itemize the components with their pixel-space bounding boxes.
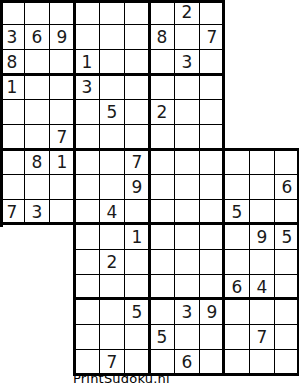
sudoku-cell-r8c3[interactable]: [50, 175, 75, 200]
sudoku-cell-r14c8[interactable]: [175, 325, 200, 350]
sudoku-cell-r2c2: 6: [25, 25, 50, 50]
box-border-line: [73, 0, 76, 376]
sudoku-cell-r14c11: 7: [250, 325, 275, 350]
sudoku-cell-r6c3: 7: [50, 125, 75, 150]
sudoku-cell-r3c1: 8: [0, 50, 25, 75]
sudoku-cell-r2c1: 3: [0, 25, 25, 50]
sudoku-cell-r13c4[interactable]: [75, 300, 100, 325]
sudoku-cell-r14c10[interactable]: [225, 325, 250, 350]
sudoku-cell-r3c2[interactable]: [25, 50, 50, 75]
sudoku-cell-r4c3[interactable]: [50, 75, 75, 100]
sudoku-cell-r7c4[interactable]: [75, 150, 100, 175]
sudoku-cell-r10c8[interactable]: [175, 225, 200, 250]
sudoku-cell-r10c12: 5: [275, 225, 299, 250]
sudoku-cell-r7c10[interactable]: [225, 150, 250, 175]
box-border-line: [0, 73, 225, 76]
sudoku-cell-r1c7[interactable]: [150, 0, 175, 25]
sudoku-cell-r8c2[interactable]: [25, 175, 50, 200]
sudoku-cell-r6c4[interactable]: [75, 125, 100, 150]
sudoku-cell-r8c12: 6: [275, 175, 299, 200]
sudoku-cell-r5c3[interactable]: [50, 100, 75, 125]
sudoku-cell-r7c1[interactable]: [0, 150, 25, 175]
sudoku-cell-r11c6[interactable]: [125, 250, 150, 275]
sudoku-cell-r14c6[interactable]: [125, 325, 150, 350]
sudoku-cell-r8c1[interactable]: [0, 175, 25, 200]
sudoku-cell-r11c7[interactable]: [150, 250, 175, 275]
sudoku-cell-r5c2[interactable]: [25, 100, 50, 125]
box-border-line: [0, 148, 299, 151]
sudoku-cell-r5c8[interactable]: [175, 100, 200, 125]
sudoku-cell-r6c8[interactable]: [175, 125, 200, 150]
sudoku-cell-r5c1[interactable]: [0, 100, 25, 125]
sudoku-cell-r15c12[interactable]: [275, 350, 299, 375]
sudoku-cell-r2c4[interactable]: [75, 25, 100, 50]
sudoku-cell-r4c4: 3: [75, 75, 100, 100]
box-border-line: [0, 0, 3, 227]
sudoku-cell-r11c4[interactable]: [75, 250, 100, 275]
sudoku-cell-r10c10[interactable]: [225, 225, 250, 250]
sudoku-cell-r11c12[interactable]: [275, 250, 299, 275]
sudoku-cell-r4c5[interactable]: [100, 75, 125, 100]
sudoku-cell-r6c2[interactable]: [25, 125, 50, 150]
sudoku-cell-r8c4[interactable]: [75, 175, 100, 200]
sudoku-cell-r1c5[interactable]: [100, 0, 125, 25]
sudoku-cell-r1c8: 2: [175, 0, 200, 25]
box-border-line: [222, 0, 225, 376]
sudoku-cell-r14c4[interactable]: [75, 325, 100, 350]
sudoku-cell-r3c3[interactable]: [50, 50, 75, 75]
sudoku-cell-r13c6: 5: [125, 300, 150, 325]
sudoku-cell-r3c4: 1: [75, 50, 100, 75]
sudoku-cell-r2c7: 8: [150, 25, 175, 50]
sudoku-cell-r8c8[interactable]: [175, 175, 200, 200]
sudoku-cell-r15c11[interactable]: [250, 350, 275, 375]
sudoku-cell-r2c8[interactable]: [175, 25, 200, 50]
sudoku-cell-r14c12[interactable]: [275, 325, 299, 350]
sudoku-cell-r6c6[interactable]: [125, 125, 150, 150]
sudoku-cell-r1c6[interactable]: [125, 0, 150, 25]
box-border-line: [0, 222, 299, 225]
sudoku-cell-r1c2[interactable]: [25, 0, 50, 25]
sudoku-cell-r2c5[interactable]: [100, 25, 125, 50]
sudoku-cell-r7c5[interactable]: [100, 150, 125, 175]
sudoku-cell-r10c11: 9: [250, 225, 275, 250]
sudoku-cell-r1c4[interactable]: [75, 0, 100, 25]
sudoku-cell-r8c6: 9: [125, 175, 150, 200]
sudoku-cell-r13c10[interactable]: [225, 300, 250, 325]
site-caption: PrintSudoku.nl: [73, 371, 170, 385]
sudoku-cell-r13c7[interactable]: [150, 300, 175, 325]
sudoku-cell-r7c12[interactable]: [275, 150, 299, 175]
sudoku-cell-r4c2[interactable]: [25, 75, 50, 100]
sudoku-cell-r11c8[interactable]: [175, 250, 200, 275]
box-border-line: [73, 297, 299, 300]
sudoku-cell-r6c5[interactable]: [100, 125, 125, 150]
sudoku-cell-r4c7[interactable]: [150, 75, 175, 100]
sudoku-cell-r7c7[interactable]: [150, 150, 175, 175]
sudoku-cell-r3c8: 3: [175, 50, 200, 75]
sudoku-cell-r14c5[interactable]: [100, 325, 125, 350]
sudoku-cell-r13c8: 3: [175, 300, 200, 325]
sudoku-cell-r4c8[interactable]: [175, 75, 200, 100]
sudoku-cell-r5c4[interactable]: [75, 100, 100, 125]
box-border-line: [297, 148, 299, 376]
sudoku-cell-r10c5[interactable]: [100, 225, 125, 250]
sudoku-cell-r11c10[interactable]: [225, 250, 250, 275]
sudoku-cell-r6c1[interactable]: [0, 125, 25, 150]
sudoku-cell-r11c11[interactable]: [250, 250, 275, 275]
sudoku-cell-r8c7[interactable]: [150, 175, 175, 200]
sudoku-cell-r15c8: 6: [175, 350, 200, 375]
sudoku-cell-r8c10[interactable]: [225, 175, 250, 200]
sudoku-cell-r7c11[interactable]: [250, 150, 275, 175]
sudoku-cell-r4c6[interactable]: [125, 75, 150, 100]
sudoku-cell-r3c7[interactable]: [150, 50, 175, 75]
sudoku-cell-r10c7[interactable]: [150, 225, 175, 250]
sudoku-cell-r8c11[interactable]: [250, 175, 275, 200]
sudoku-cell-r1c3[interactable]: [50, 0, 75, 25]
sudoku-board: 236987813135278179734651952645395776: [0, 0, 299, 376]
sudoku-cell-r11c5: 2: [100, 250, 125, 275]
puzzle-page: 236987813135278179734651952645395776 Pri…: [0, 0, 299, 385]
sudoku-cell-r2c6[interactable]: [125, 25, 150, 50]
sudoku-cell-r13c12[interactable]: [275, 300, 299, 325]
sudoku-cell-r10c4[interactable]: [75, 225, 100, 250]
sudoku-cell-r3c6[interactable]: [125, 50, 150, 75]
sudoku-cell-r6c7[interactable]: [150, 125, 175, 150]
sudoku-cell-r1c1[interactable]: [0, 0, 25, 25]
sudoku-cell-r5c6[interactable]: [125, 100, 150, 125]
sudoku-cell-r14c7: 5: [150, 325, 175, 350]
sudoku-cell-r4c1: 1: [0, 75, 25, 100]
sudoku-cell-r3c5[interactable]: [100, 50, 125, 75]
box-border-line: [148, 0, 151, 376]
sudoku-cell-r7c8[interactable]: [175, 150, 200, 175]
sudoku-cell-r7c3: 1: [50, 150, 75, 175]
sudoku-cell-r7c2: 8: [25, 150, 50, 175]
sudoku-cell-r5c5: 5: [100, 100, 125, 125]
sudoku-cell-r10c6: 1: [125, 225, 150, 250]
sudoku-cell-r5c7: 2: [150, 100, 175, 125]
sudoku-cell-r15c10[interactable]: [225, 350, 250, 375]
box-border-line: [0, 0, 225, 3]
sudoku-cell-r7c6: 7: [125, 150, 150, 175]
sudoku-cell-r8c5[interactable]: [100, 175, 125, 200]
sudoku-cell-r2c3: 9: [50, 25, 75, 50]
sudoku-cell-r13c11[interactable]: [250, 300, 275, 325]
sudoku-cell-r13c5[interactable]: [100, 300, 125, 325]
